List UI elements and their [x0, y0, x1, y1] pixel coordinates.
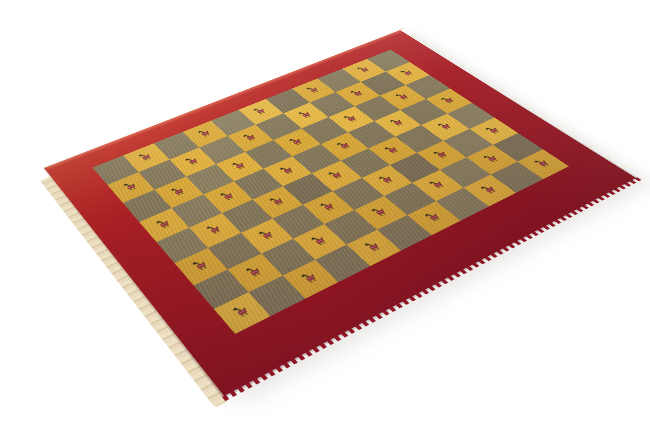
goat-motif-icon	[229, 160, 248, 172]
goat-motif-icon	[369, 205, 390, 219]
goat-motif-icon	[137, 151, 155, 163]
goat-motif-icon	[308, 234, 330, 249]
checkerboard-field	[93, 50, 569, 334]
goat-motif-icon	[154, 217, 174, 231]
goat-motif-icon	[296, 110, 314, 121]
goat-motif-icon	[230, 303, 253, 320]
goat-motif-icon	[483, 125, 503, 136]
goat-motif-icon	[298, 270, 321, 286]
goat-motif-icon	[241, 132, 260, 143]
goat-motif-icon	[388, 117, 407, 128]
goat-motif-icon	[243, 264, 265, 280]
goat-motif-icon	[204, 223, 225, 237]
goat-motif-icon	[334, 140, 353, 152]
goat-motif-icon	[251, 106, 269, 117]
goat-motif-icon	[183, 155, 202, 167]
goat-motif-icon	[478, 183, 500, 196]
goat-motif-icon	[398, 68, 416, 78]
goat-motif-icon	[190, 258, 212, 274]
goat-motif-icon	[318, 200, 339, 214]
goat-motif-icon	[427, 178, 448, 191]
goat-motif-icon	[256, 228, 277, 243]
rug	[44, 30, 636, 396]
goat-motif-icon	[304, 85, 322, 95]
goat-motif-icon	[277, 164, 297, 177]
goat-motif-icon	[326, 169, 346, 182]
goat-motif-icon	[355, 65, 373, 75]
goat-motif-icon	[532, 157, 553, 170]
goat-motif-icon	[393, 92, 412, 102]
goat-motif-icon	[362, 239, 384, 254]
goat-motif-icon	[481, 153, 502, 165]
goat-motif-icon	[341, 113, 360, 124]
photo-backdrop	[0, 0, 650, 433]
goat-motif-icon	[287, 136, 306, 148]
goat-motif-icon	[217, 190, 237, 203]
goat-motif-icon	[439, 95, 458, 105]
goat-motif-icon	[121, 180, 140, 193]
goat-motif-icon	[195, 128, 213, 139]
goat-motif-icon	[267, 195, 287, 209]
goat-motif-icon	[169, 185, 189, 198]
goat-motif-icon	[382, 144, 402, 156]
goat-motif-icon	[376, 173, 397, 186]
goat-motif-icon	[422, 210, 444, 224]
goat-motif-icon	[435, 121, 455, 132]
goat-motif-icon	[348, 88, 366, 98]
goat-motif-icon	[431, 148, 451, 160]
